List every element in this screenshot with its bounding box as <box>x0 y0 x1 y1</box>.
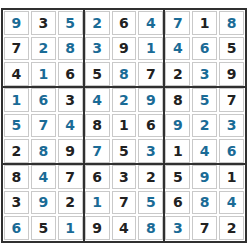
sudoku-cell[interactable]: 4 <box>112 216 137 240</box>
sudoku-cell[interactable]: 1 <box>58 216 83 240</box>
sudoku-cell[interactable]: 7 <box>58 165 83 189</box>
sudoku-cell[interactable]: 5 <box>219 37 244 61</box>
sudoku-cell[interactable]: 3 <box>31 11 56 35</box>
sudoku-cell[interactable]: 2 <box>192 114 217 138</box>
sudoku-cell[interactable]: 4 <box>4 62 29 86</box>
sudoku-cell[interactable]: 2 <box>219 216 244 240</box>
sudoku-cell[interactable]: 1 <box>31 62 56 86</box>
sudoku-cell[interactable]: 5 <box>85 62 110 86</box>
sudoku-cell[interactable]: 8 <box>219 11 244 35</box>
sudoku-cell[interactable]: 8 <box>31 139 56 163</box>
sudoku-cell[interactable]: 6 <box>192 37 217 61</box>
sudoku-cell[interactable]: 3 <box>192 62 217 86</box>
sudoku-cell[interactable]: 9 <box>85 216 110 240</box>
sudoku-cell[interactable]: 4 <box>219 191 244 215</box>
sudoku-cell[interactable]: 2 <box>85 11 110 35</box>
sudoku-cell[interactable]: 6 <box>138 114 163 138</box>
sudoku-cell[interactable]: 4 <box>31 165 56 189</box>
sudoku-cell[interactable]: 6 <box>58 62 83 86</box>
sudoku-cell[interactable]: 2 <box>4 139 29 163</box>
sudoku-cell[interactable]: 2 <box>165 62 190 86</box>
sudoku-cell[interactable]: 4 <box>165 37 190 61</box>
sudoku-cell[interactable]: 1 <box>112 114 137 138</box>
sudoku-cell[interactable]: 7 <box>138 62 163 86</box>
sudoku-cell[interactable]: 8 <box>4 165 29 189</box>
sudoku-cell[interactable]: 9 <box>4 11 29 35</box>
sudoku-cell[interactable]: 3 <box>58 88 83 112</box>
sudoku-cell[interactable]: 8 <box>192 191 217 215</box>
sudoku-cell[interactable]: 5 <box>165 165 190 189</box>
sudoku-cell[interactable]: 9 <box>165 114 190 138</box>
sudoku-cell[interactable]: 8 <box>85 114 110 138</box>
sudoku-cell[interactable]: 6 <box>165 191 190 215</box>
sudoku-cell[interactable]: 8 <box>58 37 83 61</box>
sudoku-board: 9352647187283914654165872391634298575748… <box>1 8 247 243</box>
sudoku-cell[interactable]: 6 <box>4 216 29 240</box>
sudoku-cell[interactable]: 5 <box>112 139 137 163</box>
sudoku-cell[interactable]: 7 <box>219 88 244 112</box>
sudoku-cell[interactable]: 9 <box>219 62 244 86</box>
sudoku-cell[interactable]: 8 <box>138 216 163 240</box>
sudoku-cell[interactable]: 1 <box>4 88 29 112</box>
sudoku-cell[interactable]: 3 <box>219 114 244 138</box>
sudoku-cell[interactable]: 1 <box>138 37 163 61</box>
sudoku-cell[interactable]: 5 <box>192 88 217 112</box>
sudoku-cell[interactable]: 1 <box>219 165 244 189</box>
sudoku-cell[interactable]: 1 <box>192 11 217 35</box>
sudoku-cell[interactable]: 5 <box>31 216 56 240</box>
sudoku-cell[interactable]: 4 <box>192 139 217 163</box>
sudoku-cell[interactable]: 2 <box>58 191 83 215</box>
sudoku-page: 9352647187283914654165872391634298575748… <box>0 0 250 250</box>
sudoku-cell[interactable]: 7 <box>165 11 190 35</box>
sudoku-cell[interactable]: 4 <box>58 114 83 138</box>
sudoku-cell[interactable]: 2 <box>112 88 137 112</box>
sudoku-cell[interactable]: 7 <box>85 139 110 163</box>
sudoku-cell[interactable]: 2 <box>31 37 56 61</box>
sudoku-cell[interactable]: 9 <box>58 139 83 163</box>
sudoku-cell[interactable]: 7 <box>192 216 217 240</box>
sudoku-cell[interactable]: 7 <box>4 37 29 61</box>
sudoku-cell[interactable]: 5 <box>138 191 163 215</box>
sudoku-cell[interactable]: 3 <box>85 37 110 61</box>
sudoku-cell[interactable]: 6 <box>219 139 244 163</box>
sudoku-cell[interactable]: 8 <box>165 88 190 112</box>
sudoku-cell[interactable]: 4 <box>85 88 110 112</box>
sudoku-cell[interactable]: 9 <box>192 165 217 189</box>
sudoku-cell[interactable]: 7 <box>31 114 56 138</box>
sudoku-cell[interactable]: 8 <box>112 62 137 86</box>
sudoku-cell[interactable]: 7 <box>112 191 137 215</box>
sudoku-cell[interactable]: 3 <box>4 191 29 215</box>
sudoku-cell[interactable]: 1 <box>165 139 190 163</box>
sudoku-cell[interactable]: 3 <box>138 139 163 163</box>
sudoku-cell[interactable]: 5 <box>58 11 83 35</box>
sudoku-cell[interactable]: 9 <box>112 37 137 61</box>
sudoku-cell[interactable]: 4 <box>138 11 163 35</box>
sudoku-cell[interactable]: 5 <box>4 114 29 138</box>
sudoku-cell[interactable]: 3 <box>165 216 190 240</box>
sudoku-cell[interactable]: 3 <box>112 165 137 189</box>
sudoku-cell[interactable]: 6 <box>112 11 137 35</box>
sudoku-cell[interactable]: 9 <box>31 191 56 215</box>
sudoku-cell[interactable]: 1 <box>85 191 110 215</box>
sudoku-cell[interactable]: 9 <box>138 88 163 112</box>
sudoku-cell[interactable]: 6 <box>85 165 110 189</box>
sudoku-cell[interactable]: 2 <box>138 165 163 189</box>
sudoku-cell[interactable]: 6 <box>31 88 56 112</box>
